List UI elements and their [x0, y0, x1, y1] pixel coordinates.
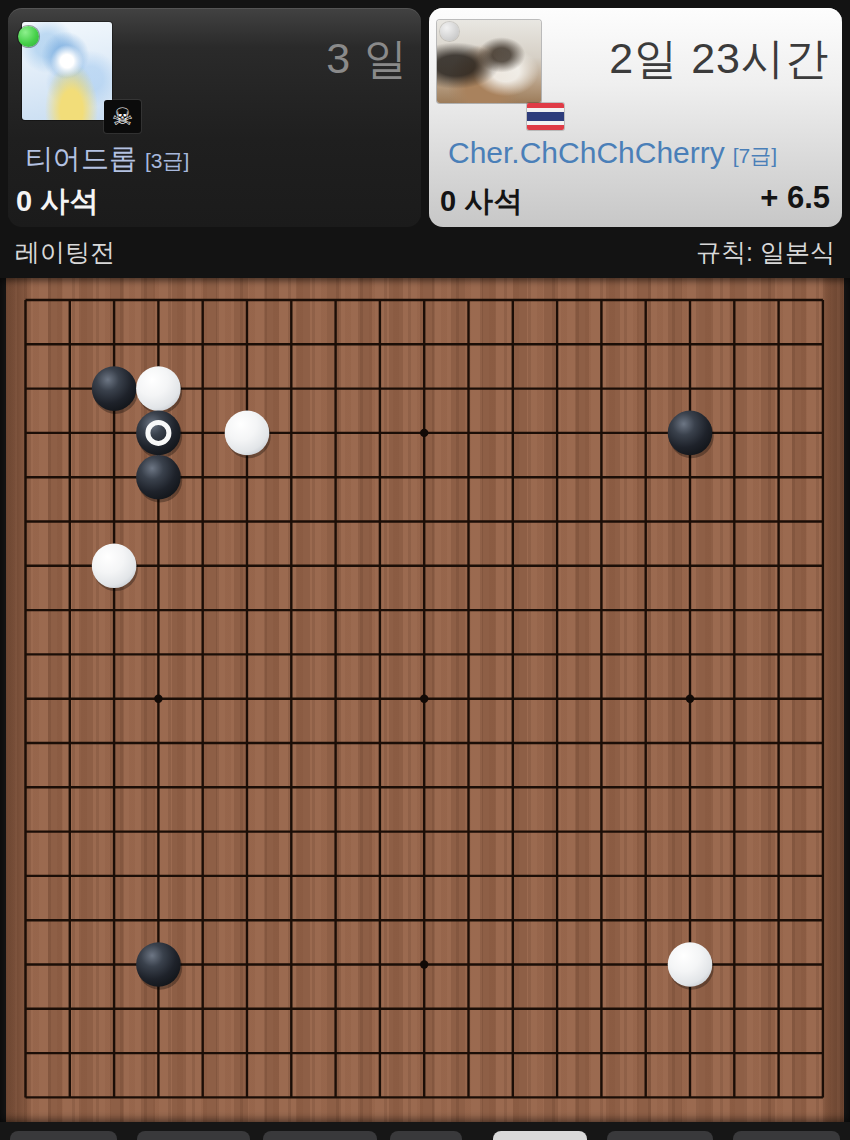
stone-white-D17 — [136, 366, 182, 414]
white-time-remaining: 2일 23시간 — [609, 30, 829, 88]
offline-status-dot — [440, 22, 459, 41]
black-player-name: 티어드롭 — [25, 143, 137, 174]
go-game-screen: ☠ 3 일 티어드롭[3급] 0 사석 2일 23시간 Cher.ChChChC… — [0, 0, 850, 1140]
stone-white-F16 — [225, 411, 271, 459]
toolbar-button-1[interactable] — [10, 1131, 117, 1140]
go-board[interactable] — [0, 278, 850, 1122]
stone-white-C13 — [92, 544, 138, 592]
black-player-card[interactable]: ☠ 3 일 티어드롭[3급] 0 사석 — [8, 8, 421, 227]
black-captures-count: 0 사석 — [16, 182, 98, 222]
stone-white-Q4 — [668, 942, 714, 990]
stone-black-D16 — [136, 411, 182, 459]
board-grid — [0, 278, 850, 1122]
bottom-toolbar — [0, 1122, 850, 1140]
rules-label: 규칙: 일본식 — [696, 236, 835, 269]
komi-value: + 6.5 — [760, 180, 830, 216]
white-player-name-row[interactable]: Cher.ChChChCherry[7급] — [448, 136, 777, 170]
white-captures-count: 0 사석 — [440, 182, 522, 222]
white-player-card[interactable]: 2일 23시간 Cher.ChChChCherry[7급] 0 사석 + 6.5 — [429, 8, 842, 227]
toolbar-button-3[interactable] — [263, 1131, 377, 1140]
game-info-bar: 레이팅전 규칙: 일본식 — [0, 227, 850, 278]
thailand-flag-icon — [527, 103, 564, 130]
skull-icon: ☠ — [112, 105, 134, 129]
pirate-flag-badge: ☠ — [104, 100, 141, 133]
game-type-label: 레이팅전 — [15, 236, 115, 269]
toolbar-button-7[interactable] — [733, 1131, 840, 1140]
toolbar-button-5[interactable] — [493, 1131, 587, 1140]
toolbar-button-4[interactable] — [390, 1131, 462, 1140]
white-player-rank: [7급] — [733, 144, 777, 167]
black-time-remaining: 3 일 — [326, 30, 408, 88]
online-status-dot — [18, 26, 39, 47]
stone-black-C17 — [92, 366, 138, 414]
white-player-name: Cher.ChChChCherry — [448, 136, 725, 169]
black-player-rank: [3급] — [145, 149, 189, 172]
toolbar-button-6[interactable] — [607, 1131, 713, 1140]
stone-black-D15 — [136, 455, 182, 503]
stone-black-Q16 — [668, 411, 714, 459]
stone-black-D4 — [136, 942, 182, 990]
black-player-name-row[interactable]: 티어드롭[3급] — [25, 140, 189, 178]
toolbar-button-2[interactable] — [137, 1131, 250, 1140]
